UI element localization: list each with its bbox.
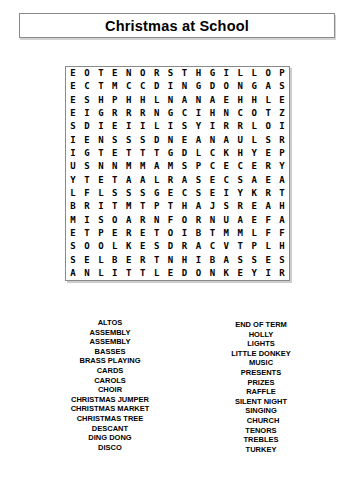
grid-cell: B	[191, 227, 205, 240]
grid-cell: R	[122, 227, 136, 240]
grid-cell: U	[219, 213, 233, 226]
grid-cell: E	[247, 200, 261, 213]
grid-cell: O	[94, 240, 108, 253]
grid-cell: S	[191, 187, 205, 200]
grid-cell: L	[94, 253, 108, 266]
word-item: TURKEY	[191, 445, 331, 455]
grid-cell: S	[94, 213, 108, 226]
grid-cell: D	[80, 120, 94, 133]
grid-cell: H	[205, 107, 219, 120]
grid-cell: S	[164, 67, 178, 80]
grid-cell: N	[164, 134, 178, 147]
grid-cell: H	[191, 67, 205, 80]
grid-cell: I	[94, 120, 108, 133]
grid-cell: H	[233, 147, 247, 160]
grid-cell: B	[66, 200, 80, 213]
grid-cell: L	[261, 240, 275, 253]
grid-cell: S	[233, 174, 247, 187]
grid-cell: N	[94, 160, 108, 173]
word-search-grid: EOTENORSTHGILLOPECTMCCDINGDONGASESHPHHLN…	[65, 66, 290, 281]
grid-cell: N	[205, 134, 219, 147]
grid-cell: I	[261, 267, 275, 280]
word-item: ASSEMBLY	[40, 328, 180, 338]
grid-cell: T	[136, 200, 150, 213]
grid-cell: L	[94, 267, 108, 280]
grid-cell: M	[122, 160, 136, 173]
grid-cell: A	[178, 174, 192, 187]
grid-cell: L	[66, 187, 80, 200]
grid-cell: R	[178, 240, 192, 253]
grid-cell: C	[219, 174, 233, 187]
grid-cell: C	[178, 107, 192, 120]
grid-cell: A	[219, 134, 233, 147]
grid-cell: I	[80, 213, 94, 226]
grid-cell: T	[164, 200, 178, 213]
word-item: SILENT NIGHT	[191, 397, 331, 407]
grid-cell: L	[233, 67, 247, 80]
grid-cell: R	[136, 107, 150, 120]
grid-cell: L	[191, 147, 205, 160]
word-list-left: ALTOSASSEMBLYASSEMBLYBASSESBRASS PLAYING…	[40, 318, 180, 452]
grid-cell: G	[247, 80, 261, 93]
grid-cell: N	[178, 80, 192, 93]
grid-cell: L	[247, 134, 261, 147]
grid-cell: T	[94, 147, 108, 160]
grid-cell: O	[219, 80, 233, 93]
word-item: DISCO	[40, 443, 180, 453]
grid-cell: O	[80, 67, 94, 80]
word-item: CHRISTMAS JUMPER	[40, 395, 180, 405]
page-title: Christmas at School	[105, 18, 249, 34]
grid-cell: H	[94, 94, 108, 107]
grid-cell: E	[136, 227, 150, 240]
grid-cell: A	[178, 94, 192, 107]
grid-cell: I	[275, 120, 289, 133]
grid-cell: A	[261, 200, 275, 213]
grid-cell: P	[275, 147, 289, 160]
grid-cell: H	[122, 94, 136, 107]
grid-cell: E	[219, 160, 233, 173]
grid-cell: O	[80, 240, 94, 253]
grid-cell: H	[178, 253, 192, 266]
grid-cell: A	[191, 240, 205, 253]
grid-cell: S	[261, 134, 275, 147]
grid-cell: T	[122, 267, 136, 280]
grid-cell: S	[66, 120, 80, 133]
grid-cell: T	[150, 253, 164, 266]
grid-cell: L	[108, 240, 122, 253]
grid-cell: D	[150, 134, 164, 147]
grid-cell: I	[136, 120, 150, 133]
grid-cell: O	[247, 107, 261, 120]
grid-cell: R	[150, 67, 164, 80]
grid-cell: U	[66, 160, 80, 173]
word-item: CHOIR	[40, 385, 180, 395]
grid-cell: L	[247, 120, 261, 133]
title-box: Christmas at School	[19, 13, 335, 38]
grid-cell: F	[275, 227, 289, 240]
grid-cell: R	[164, 174, 178, 187]
grid-cell: E	[136, 240, 150, 253]
grid-cell: T	[178, 67, 192, 80]
grid-cell: E	[247, 213, 261, 226]
grid-cell: S	[80, 160, 94, 173]
word-item: LITTLE DONKEY	[191, 349, 331, 359]
grid-cell: E	[108, 120, 122, 133]
grid-cell: C	[205, 147, 219, 160]
grid-cell: E	[261, 253, 275, 266]
grid-cell: S	[178, 120, 192, 133]
grid-cell: C	[205, 240, 219, 253]
grid-cell: C	[80, 80, 94, 93]
grid-cell: T	[150, 227, 164, 240]
grid-cell: C	[122, 80, 136, 93]
grid-cell: D	[178, 267, 192, 280]
grid-cell: C	[233, 160, 247, 173]
grid-cell: E	[275, 94, 289, 107]
grid-cell: C	[178, 187, 192, 200]
grid-cell: B	[205, 253, 219, 266]
grid-cell: I	[108, 267, 122, 280]
grid-cell: G	[205, 67, 219, 80]
grid-cell: T	[261, 107, 275, 120]
grid-cell: E	[66, 227, 80, 240]
grid-cell: S	[122, 134, 136, 147]
grid-cell: L	[261, 94, 275, 107]
grid-cell: E	[164, 187, 178, 200]
grid-cell: E	[94, 174, 108, 187]
grid-cell: R	[275, 134, 289, 147]
grid-cell: A	[122, 213, 136, 226]
grid-cell: N	[80, 267, 94, 280]
grid-cell: E	[122, 253, 136, 266]
grid-cell: I	[191, 253, 205, 266]
grid-cell: O	[108, 213, 122, 226]
grid-cell: P	[191, 160, 205, 173]
word-item: SINGING	[191, 406, 331, 416]
grid-cell: I	[66, 147, 80, 160]
grid-cell: B	[108, 253, 122, 266]
grid-cell: E	[108, 147, 122, 160]
grid-cell: Y	[66, 174, 80, 187]
grid-cell: M	[66, 213, 80, 226]
grid-cell: P	[108, 94, 122, 107]
grid-cell: D	[164, 240, 178, 253]
grid-cell: I	[219, 67, 233, 80]
grid-cell: S	[136, 134, 150, 147]
grid-cell: N	[205, 267, 219, 280]
grid-cell: Y	[275, 160, 289, 173]
grid-cell: E	[205, 174, 219, 187]
grid-cell: S	[66, 240, 80, 253]
grid-cell: A	[136, 174, 150, 187]
grid-cell: Y	[247, 147, 261, 160]
grid-cell: T	[136, 267, 150, 280]
grid-cell: D	[205, 80, 219, 93]
grid-cell: A	[233, 213, 247, 226]
grid-cell: S	[66, 253, 80, 266]
grid-cell: G	[164, 147, 178, 160]
grid-cell: T	[80, 227, 94, 240]
grid-cell: I	[219, 187, 233, 200]
grid-cell: T	[122, 147, 136, 160]
word-item: TREBLES	[191, 435, 331, 445]
grid-cell: R	[261, 160, 275, 173]
grid-cell: S	[136, 187, 150, 200]
grid-cell: T	[80, 174, 94, 187]
grid-cell: N	[122, 67, 136, 80]
grid-cell: A	[205, 94, 219, 107]
grid-cell: A	[247, 174, 261, 187]
grid-cell: E	[66, 107, 80, 120]
grid-cell: M	[164, 160, 178, 173]
grid-cell: T	[94, 67, 108, 80]
grid-cell: S	[275, 80, 289, 93]
word-item: CHRISTMAS TREE	[40, 414, 180, 424]
grid-cell: A	[122, 174, 136, 187]
grid-cell: T	[136, 147, 150, 160]
grid-cell: G	[80, 147, 94, 160]
grid-cell: E	[205, 187, 219, 200]
grid-cell: A	[150, 160, 164, 173]
grid-cell: M	[122, 200, 136, 213]
grid-cell: K	[219, 267, 233, 280]
word-item: PRESENTS	[191, 368, 331, 378]
word-item: MUSIC	[191, 358, 331, 368]
grid-cell: Y	[247, 267, 261, 280]
grid-cell: N	[191, 94, 205, 107]
grid-cell: S	[80, 94, 94, 107]
grid-cell: N	[164, 253, 178, 266]
grid-cell: F	[80, 187, 94, 200]
word-item: CAROLS	[40, 376, 180, 386]
word-item: PRIZES	[191, 378, 331, 388]
grid-cell: S	[275, 253, 289, 266]
grid-cell: A	[191, 134, 205, 147]
grid-cell: A	[261, 80, 275, 93]
grid-cell: R	[261, 187, 275, 200]
grid-cell: N	[219, 107, 233, 120]
word-item: DING DONG	[40, 433, 180, 443]
word-item: LIGHTS	[191, 339, 331, 349]
word-item: BRASS PLAYING	[40, 356, 180, 366]
grid-cell: A	[66, 267, 80, 280]
word-item: RAFFLE	[191, 387, 331, 397]
grid-cell: L	[150, 174, 164, 187]
grid-cell: E	[261, 174, 275, 187]
grid-cell: S	[219, 200, 233, 213]
word-item: ALTOS	[40, 318, 180, 328]
grid-cell: N	[108, 160, 122, 173]
grid-cell: U	[233, 134, 247, 147]
grid-cell: F	[261, 227, 275, 240]
grid-cell: S	[150, 240, 164, 253]
grid-cell: M	[233, 227, 247, 240]
word-item: TENORS	[191, 426, 331, 436]
grid-cell: G	[191, 80, 205, 93]
grid-cell: I	[164, 120, 178, 133]
grid-cell: R	[219, 120, 233, 133]
grid-cell: I	[122, 120, 136, 133]
grid-cell: T	[108, 174, 122, 187]
grid-cell: H	[275, 200, 289, 213]
grid-cell: M	[136, 160, 150, 173]
word-item: END OF TERM	[191, 320, 331, 330]
grid-cell: V	[219, 240, 233, 253]
grid-cell: P	[247, 240, 261, 253]
grid-cell: O	[261, 120, 275, 133]
grid-cell: O	[178, 213, 192, 226]
grid-cell: H	[233, 94, 247, 107]
grid-cell: E	[108, 67, 122, 80]
grid-cell: L	[150, 94, 164, 107]
word-item: BASSES	[40, 347, 180, 357]
grid-cell: T	[108, 200, 122, 213]
word-list-right: END OF TERMHOLLYLIGHTSLITTLE DONKEYMUSIC…	[191, 320, 331, 454]
grid-cell: S	[233, 253, 247, 266]
word-item: CARDS	[40, 366, 180, 376]
grid-cell: F	[261, 213, 275, 226]
word-item: CHRISTMAS MARKET	[40, 404, 180, 414]
grid-cell: Y	[233, 187, 247, 200]
grid-cell: P	[275, 67, 289, 80]
grid-cell: H	[275, 240, 289, 253]
grid-cell: I	[205, 120, 219, 133]
word-item: HOLLY	[191, 330, 331, 340]
grid-cell: G	[150, 187, 164, 200]
grid-cell: K	[247, 187, 261, 200]
grid-cell: T	[94, 80, 108, 93]
grid-cell: M	[219, 227, 233, 240]
grid-cell: R	[233, 200, 247, 213]
grid-cell: E	[247, 160, 261, 173]
grid-cell: A	[275, 174, 289, 187]
grid-cell: T	[233, 240, 247, 253]
grid-cell: T	[275, 187, 289, 200]
grid-cell: R	[191, 213, 205, 226]
grid-cell: N	[150, 107, 164, 120]
grid-cell: P	[94, 227, 108, 240]
grid-cell: G	[164, 107, 178, 120]
word-item: DESCANT	[40, 424, 180, 434]
grid-cell: I	[94, 200, 108, 213]
grid-cell: Y	[191, 120, 205, 133]
grid-cell: E	[80, 253, 94, 266]
grid-cell: R	[136, 213, 150, 226]
grid-cell: S	[122, 187, 136, 200]
grid-cell: N	[233, 80, 247, 93]
grid-cell: C	[205, 160, 219, 173]
grid-cell: N	[205, 213, 219, 226]
grid-cell: E	[219, 94, 233, 107]
grid-cell: D	[178, 147, 192, 160]
grid-cell: O	[136, 67, 150, 80]
grid-cell: L	[247, 67, 261, 80]
grid-cell: E	[164, 267, 178, 280]
grid-cell: O	[261, 67, 275, 80]
grid-cell: R	[108, 107, 122, 120]
puzzle-page: Christmas at School EOTENORSTHGILLOPECTM…	[0, 0, 353, 500]
grid-cell: K	[219, 147, 233, 160]
grid-cell: E	[233, 267, 247, 280]
grid-cell: R	[122, 107, 136, 120]
grid-cell: T	[150, 147, 164, 160]
grid-cell: I	[80, 107, 94, 120]
grid-cell: H	[247, 94, 261, 107]
grid-cell: L	[247, 227, 261, 240]
grid-cell: S	[191, 174, 205, 187]
grid-cell: E	[178, 134, 192, 147]
word-item: CHURCH	[191, 416, 331, 426]
word-item: ASSEMBLY	[40, 337, 180, 347]
grid-cell: M	[108, 80, 122, 93]
grid-cell: I	[164, 80, 178, 93]
grid-cell: S	[108, 134, 122, 147]
grid-cell: I	[191, 107, 205, 120]
grid-cell: L	[150, 267, 164, 280]
grid-cell: E	[261, 147, 275, 160]
grid-cell: I	[66, 134, 80, 147]
grid-cell: T	[205, 227, 219, 240]
grid-cell: A	[191, 200, 205, 213]
grid-cell: N	[164, 94, 178, 107]
grid-cell: R	[233, 120, 247, 133]
grid-cell: E	[66, 67, 80, 80]
grid-cell: D	[150, 80, 164, 93]
grid-cell: O	[191, 267, 205, 280]
grid-cell: R	[275, 267, 289, 280]
grid-cell: C	[233, 107, 247, 120]
grid-cell: J	[205, 200, 219, 213]
grid-cell: G	[94, 107, 108, 120]
grid-cell: K	[122, 240, 136, 253]
grid-cell: H	[178, 200, 192, 213]
grid-cell: S	[178, 160, 192, 173]
grid-cell: E	[66, 80, 80, 93]
grid-cell: E	[66, 94, 80, 107]
grid-cell: E	[80, 134, 94, 147]
grid-cell: L	[150, 120, 164, 133]
grid-cell: A	[275, 213, 289, 226]
grid-cell: O	[164, 227, 178, 240]
grid-cell: N	[94, 134, 108, 147]
grid-cell: R	[80, 200, 94, 213]
grid-cell: S	[108, 187, 122, 200]
grid-cell: R	[136, 253, 150, 266]
grid-cell: L	[94, 187, 108, 200]
grid-cell: N	[150, 213, 164, 226]
grid-cell: S	[247, 253, 261, 266]
grid-cell: A	[219, 253, 233, 266]
grid-cell: F	[164, 213, 178, 226]
grid-cell: P	[150, 200, 164, 213]
grid-cell: E	[108, 227, 122, 240]
grid-cell: Z	[275, 107, 289, 120]
grid-cell: H	[136, 94, 150, 107]
grid-cell: I	[178, 227, 192, 240]
grid-cell: C	[136, 80, 150, 93]
